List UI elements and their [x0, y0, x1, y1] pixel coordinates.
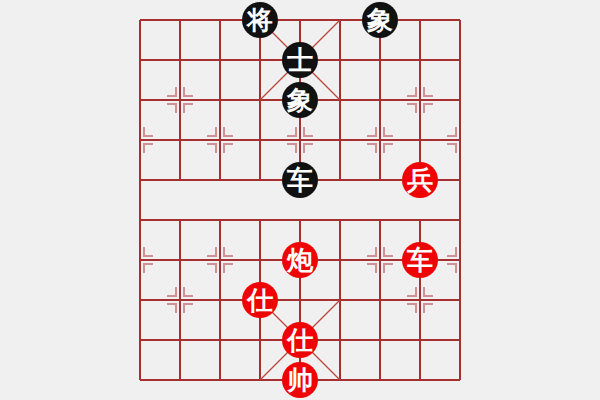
red-advisor[interactable]: 仕 — [242, 282, 278, 318]
board-point: 车 — [400, 240, 440, 280]
red-general[interactable]: 帅 — [282, 362, 318, 398]
board-point: 士 — [280, 40, 320, 80]
app-background: 将象士象车兵炮车仕仕帅 — [0, 0, 600, 400]
board-point: 象 — [360, 0, 400, 40]
xiangqi-board: 将象士象车兵炮车仕仕帅 — [120, 0, 480, 400]
black-elephant[interactable]: 象 — [282, 82, 318, 118]
black-general[interactable]: 将 — [242, 2, 278, 38]
black-advisor[interactable]: 士 — [282, 42, 318, 78]
board-pieces-layer: 将象士象车兵炮车仕仕帅 — [120, 0, 480, 400]
board-point: 帅 — [280, 360, 320, 400]
board-point: 将 — [240, 0, 280, 40]
black-chariot[interactable]: 车 — [282, 162, 318, 198]
red-soldier[interactable]: 兵 — [402, 162, 438, 198]
red-cannon[interactable]: 炮 — [282, 242, 318, 278]
red-chariot[interactable]: 车 — [402, 242, 438, 278]
board-point: 车 — [280, 160, 320, 200]
board-point: 仕 — [240, 280, 280, 320]
board-point: 象 — [280, 80, 320, 120]
board-point: 仕 — [280, 320, 320, 360]
red-advisor[interactable]: 仕 — [282, 322, 318, 358]
board-point: 炮 — [280, 240, 320, 280]
board-point: 兵 — [400, 160, 440, 200]
black-elephant[interactable]: 象 — [362, 2, 398, 38]
